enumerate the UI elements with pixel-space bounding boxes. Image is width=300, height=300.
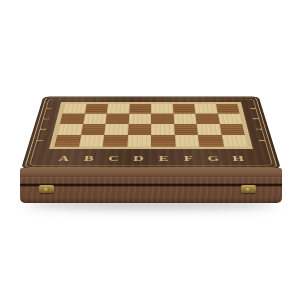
square-e1: [151, 135, 175, 147]
file-label-d: D: [126, 152, 151, 165]
square-f2: [174, 124, 198, 135]
square-d2: [128, 124, 151, 135]
product-photo-canvas: 4321 4321 ABCDEFGH: [0, 0, 300, 300]
rank-label-right-1: 1: [249, 137, 276, 145]
file-label-c: C: [100, 152, 126, 165]
file-label-g: G: [200, 152, 227, 165]
square-e3: [151, 114, 174, 124]
brass-latch-right-icon: [241, 185, 256, 193]
square-b3: [83, 114, 107, 124]
square-b1: [79, 135, 105, 147]
square-b2: [81, 124, 106, 135]
rank-label-right-2: 2: [246, 126, 272, 134]
file-label-e: E: [151, 152, 176, 165]
square-c2: [104, 124, 128, 135]
chess-board: [54, 104, 247, 147]
square-a3: [60, 114, 85, 124]
rank-label-left-3: 3: [34, 115, 59, 122]
square-g3: [195, 114, 219, 124]
square-g1: [198, 135, 224, 147]
box-front-panel: [20, 177, 282, 203]
lid-front-edge: [20, 168, 282, 177]
square-d1: [127, 135, 151, 147]
square-h1: [221, 135, 247, 147]
square-a2: [57, 124, 82, 135]
square-h2: [219, 124, 244, 135]
board-maple-frame: [49, 102, 253, 149]
board-lid-top: 4321 4321 ABCDEFGH: [21, 97, 281, 169]
file-label-f: F: [175, 152, 201, 165]
square-c4: [107, 104, 130, 114]
square-f1: [174, 135, 199, 147]
square-e4: [151, 104, 173, 114]
square-g4: [194, 104, 217, 114]
file-label-h: H: [224, 152, 252, 165]
square-a4: [62, 104, 86, 114]
brass-latch-left-icon: [39, 185, 54, 193]
square-d4: [129, 104, 151, 114]
square-e2: [151, 124, 174, 135]
folding-chess-box: 4321 4321 ABCDEFGH: [0, 0, 300, 300]
square-a1: [54, 135, 80, 147]
square-h4: [216, 104, 240, 114]
square-c1: [103, 135, 128, 147]
square-f4: [173, 104, 196, 114]
square-d3: [128, 114, 151, 124]
square-c3: [105, 114, 128, 124]
file-labels: ABCDEFGH: [50, 152, 252, 165]
rank-label-left-4: 4: [37, 105, 61, 112]
rank-label-right-3: 3: [243, 115, 268, 122]
rank-label-left-2: 2: [30, 126, 56, 134]
square-h3: [217, 114, 242, 124]
file-label-a: A: [50, 152, 78, 165]
file-label-b: B: [75, 152, 102, 165]
square-b4: [85, 104, 108, 114]
rank-label-left-1: 1: [27, 137, 54, 145]
square-f3: [173, 114, 196, 124]
square-g2: [197, 124, 222, 135]
rank-label-right-4: 4: [241, 105, 265, 112]
